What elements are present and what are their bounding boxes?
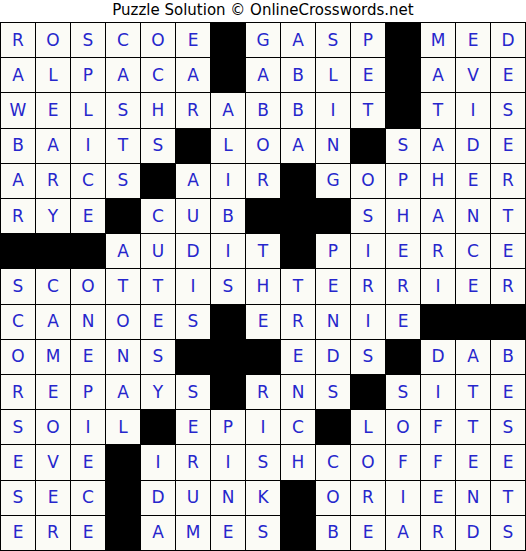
letter-cell-r7c13: R <box>421 234 455 268</box>
letter-cell-r6c14: N <box>456 199 490 233</box>
letter-cell-r12c2: O <box>36 410 70 444</box>
letter-cell-r10c9: E <box>281 340 315 374</box>
cell-letter: C <box>152 208 164 225</box>
letter-cell-r9c11: I <box>351 305 385 339</box>
cell-letter: T <box>258 243 268 260</box>
cell-letter: R <box>432 243 444 260</box>
letter-cell-r10c10: D <box>316 340 350 374</box>
letter-cell-r9c10: N <box>316 305 350 339</box>
cell-letter: S <box>258 524 269 541</box>
cell-letter: K <box>257 489 268 506</box>
cell-letter: O <box>326 489 339 506</box>
letter-cell-r3c1: W <box>1 93 35 127</box>
block-cell-r7c1 <box>1 234 35 268</box>
cell-letter: M <box>46 348 61 365</box>
cell-letter: E <box>503 137 514 154</box>
cell-letter: A <box>432 208 444 225</box>
letter-cell-r1c11: P <box>351 23 385 57</box>
block-cell-r7c3 <box>71 234 105 268</box>
letter-cell-r14c2: E <box>36 481 70 515</box>
cell-letter: R <box>187 102 199 119</box>
cell-letter: S <box>328 384 339 401</box>
block-cell-r5c9 <box>281 164 315 198</box>
cell-letter: I <box>435 384 440 401</box>
letter-cell-r11c10: S <box>316 375 350 409</box>
letter-cell-r3c5: H <box>141 93 175 127</box>
cell-letter: D <box>466 137 479 154</box>
cell-letter: T <box>503 489 513 506</box>
block-cell-r12c10 <box>316 410 350 444</box>
cell-letter: R <box>12 32 24 49</box>
letter-cell-r8c14: E <box>456 269 490 303</box>
cell-letter: T <box>468 419 478 436</box>
letter-cell-r15c2: R <box>36 516 70 550</box>
letter-cell-r12c7: P <box>211 410 245 444</box>
letter-cell-r13c1: E <box>1 445 35 479</box>
cell-letter: O <box>116 313 129 330</box>
letter-cell-r11c6: S <box>176 375 210 409</box>
letter-cell-r5c2: R <box>36 164 70 198</box>
cell-letter: A <box>12 67 24 84</box>
letter-cell-r8c2: C <box>36 269 70 303</box>
letter-cell-r13c12: F <box>386 445 420 479</box>
cell-letter: S <box>398 384 409 401</box>
cell-letter: E <box>83 454 94 471</box>
letter-cell-r11c8: R <box>246 375 280 409</box>
cell-letter: L <box>83 102 92 119</box>
letter-cell-r5c4: S <box>106 164 140 198</box>
block-cell-r6c9 <box>281 199 315 233</box>
letter-cell-r9c6: S <box>176 305 210 339</box>
letter-cell-r13c14: E <box>456 445 490 479</box>
cell-letter: N <box>467 489 480 506</box>
cell-letter: A <box>397 524 409 541</box>
cell-letter: C <box>117 32 129 49</box>
cell-letter: M <box>186 524 201 541</box>
letter-cell-r12c3: I <box>71 410 105 444</box>
block-cell-r9c7 <box>211 305 245 339</box>
letter-cell-r2c10: L <box>316 58 350 92</box>
cell-letter: E <box>83 208 94 225</box>
letter-cell-r15c6: M <box>176 516 210 550</box>
letter-cell-r1c14: E <box>456 23 490 57</box>
letter-cell-r11c5: Y <box>141 375 175 409</box>
cell-letter: S <box>258 454 269 471</box>
letter-cell-r1c15: D <box>491 23 525 57</box>
cell-letter: O <box>81 278 94 295</box>
cell-letter: E <box>503 243 514 260</box>
letter-cell-r11c1: R <box>1 375 35 409</box>
cell-letter: S <box>83 32 94 49</box>
cell-letter: A <box>222 102 234 119</box>
letter-cell-r1c13: M <box>421 23 455 57</box>
cell-letter: E <box>363 67 374 84</box>
letter-cell-r7c5: U <box>141 234 175 268</box>
letter-cell-r2c6: A <box>176 58 210 92</box>
cell-letter: H <box>397 208 410 225</box>
cell-letter: I <box>470 102 475 119</box>
cell-letter: P <box>398 172 408 189</box>
cell-letter: D <box>326 348 339 365</box>
cell-letter: E <box>468 454 479 471</box>
cell-letter: E <box>83 524 94 541</box>
block-cell-r13c4 <box>106 445 140 479</box>
cell-letter: I <box>190 278 195 295</box>
cell-letter: I <box>85 419 90 436</box>
letter-cell-r15c3: E <box>71 516 105 550</box>
letter-cell-r13c6: R <box>176 445 210 479</box>
cell-letter: I <box>85 137 90 154</box>
letter-cell-r7c4: A <box>106 234 140 268</box>
letter-cell-r4c15: E <box>491 129 525 163</box>
cell-letter: T <box>363 102 373 119</box>
cell-letter: E <box>48 384 59 401</box>
cell-letter: P <box>328 243 338 260</box>
letter-cell-r11c15: E <box>491 375 525 409</box>
letter-cell-r7c12: E <box>386 234 420 268</box>
letter-cell-r2c15: E <box>491 58 525 92</box>
letter-cell-r13c11: O <box>351 445 385 479</box>
letter-cell-r9c2: A <box>36 305 70 339</box>
block-cell-r1c7 <box>211 23 245 57</box>
cell-letter: S <box>223 278 234 295</box>
cell-letter: Y <box>48 208 58 225</box>
cell-letter: A <box>117 67 129 84</box>
cell-letter: I <box>225 454 230 471</box>
letter-cell-r11c3: P <box>71 375 105 409</box>
letter-cell-r13c5: I <box>141 445 175 479</box>
cell-letter: N <box>467 208 480 225</box>
letter-cell-r11c12: S <box>386 375 420 409</box>
cell-letter: T <box>503 208 513 225</box>
cell-letter: I <box>225 243 230 260</box>
letter-cell-r7c14: C <box>456 234 490 268</box>
cell-letter: H <box>257 278 270 295</box>
block-cell-r10c12 <box>386 340 420 374</box>
cell-letter: N <box>117 348 130 365</box>
letter-cell-r6c2: Y <box>36 199 70 233</box>
cell-letter: L <box>118 419 127 436</box>
cell-letter: R <box>257 172 269 189</box>
cell-letter: E <box>223 524 234 541</box>
cell-letter: D <box>431 348 444 365</box>
cell-letter: I <box>155 454 160 471</box>
letter-cell-r2c5: C <box>141 58 175 92</box>
block-cell-r3c12 <box>386 93 420 127</box>
cell-letter: R <box>362 489 374 506</box>
letter-cell-r15c10: B <box>316 516 350 550</box>
letter-cell-r7c6: D <box>176 234 210 268</box>
cell-letter: O <box>396 419 409 436</box>
cell-letter: T <box>433 102 443 119</box>
letter-cell-r7c7: I <box>211 234 245 268</box>
cell-letter: P <box>83 384 93 401</box>
cell-letter: E <box>83 348 94 365</box>
cell-letter: E <box>468 172 479 189</box>
letter-cell-r11c9: N <box>281 375 315 409</box>
letter-cell-r1c6: E <box>176 23 210 57</box>
cell-letter: O <box>11 348 24 365</box>
cell-letter: F <box>433 419 443 436</box>
cell-letter: L <box>328 67 337 84</box>
letter-cell-r12c1: S <box>1 410 35 444</box>
letter-cell-r14c6: U <box>176 481 210 515</box>
cell-letter: A <box>292 32 304 49</box>
letter-cell-r7c10: P <box>316 234 350 268</box>
letter-cell-r5c11: O <box>351 164 385 198</box>
cell-letter: D <box>151 489 164 506</box>
cell-letter: U <box>187 489 199 506</box>
block-cell-r12c5 <box>141 410 175 444</box>
letter-cell-r13c10: C <box>316 445 350 479</box>
letter-cell-r14c1: S <box>1 481 35 515</box>
cell-letter: I <box>330 102 335 119</box>
letter-cell-r3c8: B <box>246 93 280 127</box>
letter-cell-r3c15: S <box>491 93 525 127</box>
cell-letter: A <box>117 384 129 401</box>
cell-letter: N <box>327 137 340 154</box>
letter-cell-r4c9: A <box>281 129 315 163</box>
cell-letter: P <box>223 419 233 436</box>
cell-letter: A <box>152 524 164 541</box>
letter-cell-r8c3: O <box>71 269 105 303</box>
cell-letter: A <box>117 243 129 260</box>
letter-cell-r4c2: A <box>36 129 70 163</box>
cell-letter: S <box>118 102 129 119</box>
block-cell-r9c14 <box>456 305 490 339</box>
cell-letter: S <box>503 102 514 119</box>
cell-letter: E <box>468 32 479 49</box>
letter-cell-r12c11: L <box>351 410 385 444</box>
letter-cell-r3c13: T <box>421 93 455 127</box>
block-cell-r4c11 <box>351 129 385 163</box>
cell-letter: B <box>222 208 234 225</box>
letter-cell-r1c3: S <box>71 23 105 57</box>
crossword-grid: ROSCOEGASPMEDALPACAABLEAVEWELSHRABBITTIS… <box>0 22 526 551</box>
letter-cell-r15c14: D <box>456 516 490 550</box>
letter-cell-r5c3: C <box>71 164 105 198</box>
letter-cell-r10c5: S <box>141 340 175 374</box>
letter-cell-r5c12: P <box>386 164 420 198</box>
letter-cell-r2c11: E <box>351 58 385 92</box>
cell-letter: I <box>365 313 370 330</box>
letter-cell-r2c13: A <box>421 58 455 92</box>
cell-letter: G <box>326 172 339 189</box>
letter-cell-r9c5: E <box>141 305 175 339</box>
cell-letter: S <box>118 172 129 189</box>
cell-letter: R <box>362 278 374 295</box>
cell-letter: E <box>153 313 164 330</box>
cell-letter: C <box>467 243 479 260</box>
block-cell-r14c9 <box>281 481 315 515</box>
cell-letter: U <box>187 208 199 225</box>
letter-cell-r3c11: T <box>351 93 385 127</box>
cell-letter: L <box>363 419 372 436</box>
cell-letter: E <box>503 384 514 401</box>
letter-cell-r6c1: R <box>1 199 35 233</box>
cell-letter: H <box>292 454 305 471</box>
letter-cell-r14c10: O <box>316 481 350 515</box>
cell-letter: B <box>12 137 24 154</box>
block-cell-r9c15 <box>491 305 525 339</box>
cell-letter: C <box>12 313 24 330</box>
letter-cell-r15c15: S <box>491 516 525 550</box>
letter-cell-r3c10: I <box>316 93 350 127</box>
letter-cell-r13c13: F <box>421 445 455 479</box>
letter-cell-r10c3: E <box>71 340 105 374</box>
letter-cell-r6c11: S <box>351 199 385 233</box>
letter-cell-r5c14: E <box>456 164 490 198</box>
letter-cell-r12c4: L <box>106 410 140 444</box>
cell-letter: C <box>152 67 164 84</box>
cell-letter: E <box>398 243 409 260</box>
letter-cell-r14c12: I <box>386 481 420 515</box>
cell-letter: A <box>187 172 199 189</box>
cell-letter: E <box>328 278 339 295</box>
letter-cell-r5c1: A <box>1 164 35 198</box>
letter-cell-r1c4: C <box>106 23 140 57</box>
letter-cell-r7c11: I <box>351 234 385 268</box>
cell-letter: E <box>468 278 479 295</box>
cell-letter: C <box>47 278 59 295</box>
letter-cell-r8c5: T <box>141 269 175 303</box>
letter-cell-r10c2: M <box>36 340 70 374</box>
cell-letter: S <box>13 419 24 436</box>
cell-letter: B <box>257 102 269 119</box>
cell-letter: T <box>293 278 303 295</box>
letter-cell-r4c5: S <box>141 129 175 163</box>
cell-letter: I <box>260 419 265 436</box>
letter-cell-r12c6: E <box>176 410 210 444</box>
letter-cell-r6c5: C <box>141 199 175 233</box>
letter-cell-r5c13: H <box>421 164 455 198</box>
cell-letter: L <box>48 67 57 84</box>
letter-cell-r13c9: H <box>281 445 315 479</box>
letter-cell-r6c7: B <box>211 199 245 233</box>
cell-letter: B <box>327 524 339 541</box>
cell-letter: R <box>47 524 59 541</box>
block-cell-r6c10 <box>316 199 350 233</box>
letter-cell-r14c11: R <box>351 481 385 515</box>
letter-cell-r13c3: E <box>71 445 105 479</box>
block-cell-r15c9 <box>281 516 315 550</box>
cell-letter: F <box>398 454 408 471</box>
cell-letter: R <box>292 313 304 330</box>
letter-cell-r2c3: P <box>71 58 105 92</box>
cell-letter: B <box>502 348 514 365</box>
cell-letter: E <box>398 313 409 330</box>
cell-letter: S <box>503 419 514 436</box>
letter-cell-r4c3: I <box>71 129 105 163</box>
letter-cell-r8c11: R <box>351 269 385 303</box>
letter-cell-r14c13: E <box>421 481 455 515</box>
letter-cell-r3c9: B <box>281 93 315 127</box>
letter-cell-r2c9: B <box>281 58 315 92</box>
cell-letter: S <box>13 489 24 506</box>
letter-cell-r5c10: G <box>316 164 350 198</box>
cell-letter: B <box>292 102 304 119</box>
cell-letter: E <box>188 419 199 436</box>
block-cell-r15c4 <box>106 516 140 550</box>
letter-cell-r2c8: A <box>246 58 280 92</box>
cell-letter: P <box>83 67 93 84</box>
letter-cell-r4c12: S <box>386 129 420 163</box>
letter-cell-r8c15: R <box>491 269 525 303</box>
letter-cell-r4c7: L <box>211 129 245 163</box>
letter-cell-r14c3: C <box>71 481 105 515</box>
block-cell-r1c12 <box>386 23 420 57</box>
letter-cell-r15c5: A <box>141 516 175 550</box>
letter-cell-r10c1: O <box>1 340 35 374</box>
letter-cell-r10c4: N <box>106 340 140 374</box>
cell-letter: N <box>222 489 235 506</box>
letter-cell-r11c13: I <box>421 375 455 409</box>
cell-letter: I <box>225 172 230 189</box>
cell-letter: S <box>188 384 199 401</box>
cell-letter: S <box>503 524 514 541</box>
block-cell-r10c7 <box>211 340 245 374</box>
letter-cell-r6c12: H <box>386 199 420 233</box>
cell-letter: L <box>223 137 232 154</box>
letter-cell-r12c14: T <box>456 410 490 444</box>
letter-cell-r6c6: U <box>176 199 210 233</box>
letter-cell-r10c11: S <box>351 340 385 374</box>
letter-cell-r1c2: O <box>36 23 70 57</box>
cell-letter: N <box>327 313 340 330</box>
cell-letter: O <box>151 32 164 49</box>
cell-letter: U <box>152 243 164 260</box>
letter-cell-r5c15: R <box>491 164 525 198</box>
letter-cell-r13c8: S <box>246 445 280 479</box>
letter-cell-r8c8: H <box>246 269 280 303</box>
letter-cell-r11c14: T <box>456 375 490 409</box>
cell-letter: V <box>467 67 479 84</box>
letter-cell-r10c13: D <box>421 340 455 374</box>
letter-cell-r15c1: E <box>1 516 35 550</box>
letter-cell-r1c9: A <box>281 23 315 57</box>
cell-letter: S <box>398 137 409 154</box>
letter-cell-r9c12: E <box>386 305 420 339</box>
cell-letter: A <box>467 348 479 365</box>
cell-letter: R <box>397 278 409 295</box>
letter-cell-r15c7: E <box>211 516 245 550</box>
cell-letter: A <box>257 67 269 84</box>
letter-cell-r1c10: S <box>316 23 350 57</box>
letter-cell-r10c14: A <box>456 340 490 374</box>
cell-letter: E <box>503 67 514 84</box>
cell-letter: P <box>363 32 373 49</box>
letter-cell-r3c2: E <box>36 93 70 127</box>
cell-letter: H <box>432 172 445 189</box>
cell-letter: S <box>363 208 374 225</box>
cell-letter: R <box>257 384 269 401</box>
letter-cell-r8c7: S <box>211 269 245 303</box>
letter-cell-r1c5: O <box>141 23 175 57</box>
letter-cell-r11c4: A <box>106 375 140 409</box>
block-cell-r11c7 <box>211 375 245 409</box>
letter-cell-r15c13: R <box>421 516 455 550</box>
cell-letter: C <box>82 172 94 189</box>
cell-letter: S <box>328 32 339 49</box>
letter-cell-r1c8: G <box>246 23 280 57</box>
cell-letter: H <box>152 102 165 119</box>
letter-cell-r14c14: N <box>456 481 490 515</box>
cell-letter: I <box>400 489 405 506</box>
block-cell-r7c2 <box>36 234 70 268</box>
letter-cell-r4c10: N <box>316 129 350 163</box>
letter-cell-r13c2: V <box>36 445 70 479</box>
letter-cell-r12c8: I <box>246 410 280 444</box>
